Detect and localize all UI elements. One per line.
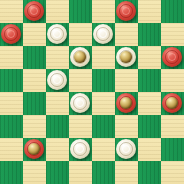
light-square-r1c1 bbox=[23, 23, 46, 46]
dark-square-r6c5[interactable] bbox=[115, 138, 138, 161]
dark-square-r7c0[interactable] bbox=[0, 161, 23, 184]
dark-square-r4c1[interactable] bbox=[23, 92, 46, 115]
white-king-piece[interactable] bbox=[116, 47, 136, 67]
light-square-r3c5 bbox=[115, 69, 138, 92]
light-square-r3c7 bbox=[161, 69, 184, 92]
dark-square-r0c5[interactable] bbox=[115, 0, 138, 23]
light-square-r0c6 bbox=[138, 0, 161, 23]
dark-square-r2c5[interactable] bbox=[115, 46, 138, 69]
white-man-piece[interactable] bbox=[47, 70, 67, 90]
light-square-r0c2 bbox=[46, 0, 69, 23]
light-square-r5c3 bbox=[69, 115, 92, 138]
light-square-r2c0 bbox=[0, 46, 23, 69]
king-crown-icon bbox=[120, 97, 132, 109]
dark-square-r6c7[interactable] bbox=[161, 138, 184, 161]
light-square-r6c0 bbox=[0, 138, 23, 161]
red-king-piece[interactable] bbox=[24, 139, 44, 159]
dark-square-r0c3[interactable] bbox=[69, 0, 92, 23]
dark-square-r5c4[interactable] bbox=[92, 115, 115, 138]
red-king-piece[interactable] bbox=[116, 93, 136, 113]
dark-square-r1c0[interactable] bbox=[0, 23, 23, 46]
red-man-piece[interactable] bbox=[162, 47, 182, 67]
dark-square-r1c4[interactable] bbox=[92, 23, 115, 46]
light-square-r4c2 bbox=[46, 92, 69, 115]
white-man-piece[interactable] bbox=[70, 139, 90, 159]
dark-square-r4c5[interactable] bbox=[115, 92, 138, 115]
king-crown-icon bbox=[120, 51, 132, 63]
white-man-piece[interactable] bbox=[47, 24, 67, 44]
king-crown-icon bbox=[166, 97, 178, 109]
light-square-r4c0 bbox=[0, 92, 23, 115]
dark-square-r2c3[interactable] bbox=[69, 46, 92, 69]
light-square-r4c6 bbox=[138, 92, 161, 115]
light-square-r7c5 bbox=[115, 161, 138, 184]
dark-square-r5c2[interactable] bbox=[46, 115, 69, 138]
dark-square-r5c6[interactable] bbox=[138, 115, 161, 138]
dark-square-r3c6[interactable] bbox=[138, 69, 161, 92]
light-square-r3c3 bbox=[69, 69, 92, 92]
dark-square-r4c3[interactable] bbox=[69, 92, 92, 115]
dark-square-r3c4[interactable] bbox=[92, 69, 115, 92]
light-square-r7c7 bbox=[161, 161, 184, 184]
light-square-r1c3 bbox=[69, 23, 92, 46]
white-man-piece[interactable] bbox=[70, 93, 90, 113]
dark-square-r1c2[interactable] bbox=[46, 23, 69, 46]
king-crown-icon bbox=[28, 143, 40, 155]
red-king-piece[interactable] bbox=[162, 93, 182, 113]
checkers-board bbox=[0, 0, 184, 184]
white-man-piece[interactable] bbox=[116, 139, 136, 159]
dark-square-r6c1[interactable] bbox=[23, 138, 46, 161]
red-man-piece[interactable] bbox=[24, 1, 44, 21]
white-king-piece[interactable] bbox=[70, 47, 90, 67]
light-square-r2c4 bbox=[92, 46, 115, 69]
light-square-r1c7 bbox=[161, 23, 184, 46]
dark-square-r7c6[interactable] bbox=[138, 161, 161, 184]
light-square-r2c2 bbox=[46, 46, 69, 69]
light-square-r6c4 bbox=[92, 138, 115, 161]
dark-square-r7c2[interactable] bbox=[46, 161, 69, 184]
dark-square-r0c7[interactable] bbox=[161, 0, 184, 23]
light-square-r5c1 bbox=[23, 115, 46, 138]
dark-square-r1c6[interactable] bbox=[138, 23, 161, 46]
light-square-r6c2 bbox=[46, 138, 69, 161]
dark-square-r3c0[interactable] bbox=[0, 69, 23, 92]
dark-square-r2c7[interactable] bbox=[161, 46, 184, 69]
dark-square-r6c3[interactable] bbox=[69, 138, 92, 161]
dark-square-r7c4[interactable] bbox=[92, 161, 115, 184]
dark-square-r3c2[interactable] bbox=[46, 69, 69, 92]
light-square-r0c0 bbox=[0, 0, 23, 23]
light-square-r7c3 bbox=[69, 161, 92, 184]
dark-square-r0c1[interactable] bbox=[23, 0, 46, 23]
light-square-r5c7 bbox=[161, 115, 184, 138]
light-square-r2c6 bbox=[138, 46, 161, 69]
dark-square-r5c0[interactable] bbox=[0, 115, 23, 138]
light-square-r7c1 bbox=[23, 161, 46, 184]
white-man-piece[interactable] bbox=[93, 24, 113, 44]
red-man-piece[interactable] bbox=[1, 24, 21, 44]
dark-square-r4c7[interactable] bbox=[161, 92, 184, 115]
light-square-r6c6 bbox=[138, 138, 161, 161]
dark-square-r2c1[interactable] bbox=[23, 46, 46, 69]
light-square-r4c4 bbox=[92, 92, 115, 115]
light-square-r1c5 bbox=[115, 23, 138, 46]
light-square-r3c1 bbox=[23, 69, 46, 92]
light-square-r0c4 bbox=[92, 0, 115, 23]
red-man-piece[interactable] bbox=[116, 1, 136, 21]
king-crown-icon bbox=[74, 51, 86, 63]
light-square-r5c5 bbox=[115, 115, 138, 138]
